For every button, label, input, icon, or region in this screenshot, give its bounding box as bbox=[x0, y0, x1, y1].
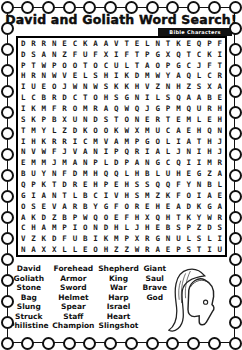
grid-cell[interactable]: P bbox=[18, 60, 28, 71]
grid-cell[interactable]: O bbox=[90, 60, 100, 71]
grid-cell[interactable]: G bbox=[194, 168, 204, 179]
grid-cell[interactable]: A bbox=[90, 38, 100, 49]
grid-cell[interactable]: H bbox=[122, 190, 132, 201]
grid-cell[interactable]: K bbox=[28, 212, 38, 223]
grid-cell[interactable]: A bbox=[101, 103, 111, 114]
grid-cell[interactable]: D bbox=[39, 212, 49, 223]
grid-cell[interactable]: L bbox=[194, 114, 204, 125]
grid-cell[interactable]: A bbox=[18, 212, 28, 223]
grid-cell[interactable]: K bbox=[194, 201, 204, 212]
grid-cell[interactable]: O bbox=[90, 244, 100, 255]
grid-cell[interactable]: F bbox=[122, 212, 132, 223]
grid-cell[interactable]: P bbox=[49, 60, 59, 71]
grid-cell[interactable]: O bbox=[59, 60, 69, 71]
grid-cell[interactable]: O bbox=[153, 60, 163, 71]
grid-cell[interactable]: L bbox=[18, 92, 28, 103]
grid-cell[interactable]: P bbox=[142, 49, 152, 60]
grid-cell[interactable]: T bbox=[132, 49, 142, 60]
grid-cell[interactable]: W bbox=[39, 147, 49, 158]
grid-cell[interactable]: Z bbox=[194, 222, 204, 233]
grid-cell[interactable]: U bbox=[111, 60, 121, 71]
grid-cell[interactable]: T bbox=[80, 92, 90, 103]
grid-cell[interactable]: P bbox=[163, 60, 173, 71]
grid-cell[interactable]: N bbox=[49, 168, 59, 179]
grid-cell[interactable]: Y bbox=[184, 179, 194, 190]
grid-cell[interactable]: E bbox=[59, 38, 69, 49]
grid-cell[interactable]: E bbox=[39, 81, 49, 92]
grid-cell[interactable]: H bbox=[101, 71, 111, 82]
grid-cell[interactable]: O bbox=[101, 212, 111, 223]
grid-cell[interactable]: R bbox=[49, 136, 59, 147]
grid-cell[interactable]: H bbox=[215, 114, 225, 125]
grid-cell[interactable]: R bbox=[28, 38, 38, 49]
grid-cell[interactable]: F bbox=[122, 49, 132, 60]
grid-cell[interactable]: P bbox=[70, 212, 80, 223]
grid-cell[interactable]: E bbox=[111, 212, 121, 223]
grid-cell[interactable]: D bbox=[18, 38, 28, 49]
grid-cell[interactable]: P bbox=[204, 38, 214, 49]
grid-cell[interactable]: E bbox=[215, 190, 225, 201]
grid-cell[interactable]: A bbox=[39, 222, 49, 233]
grid-cell[interactable]: C bbox=[70, 38, 80, 49]
grid-cell[interactable]: W bbox=[49, 71, 59, 82]
grid-cell[interactable]: V bbox=[49, 201, 59, 212]
grid-cell[interactable]: A bbox=[28, 244, 38, 255]
grid-cell[interactable]: X bbox=[59, 114, 69, 125]
grid-cell[interactable]: Q bbox=[194, 38, 204, 49]
grid-cell[interactable]: H bbox=[90, 168, 100, 179]
grid-cell[interactable]: B bbox=[18, 168, 28, 179]
grid-cell[interactable]: D bbox=[101, 222, 111, 233]
grid-cell[interactable]: N bbox=[163, 81, 173, 92]
grid-cell[interactable]: L bbox=[70, 244, 80, 255]
grid-cell[interactable]: T bbox=[59, 190, 69, 201]
grid-cell[interactable]: N bbox=[90, 147, 100, 158]
grid-cell[interactable]: N bbox=[18, 244, 28, 255]
grid-cell[interactable]: M bbox=[142, 125, 152, 136]
grid-cell[interactable]: W bbox=[90, 81, 100, 92]
grid-cell[interactable]: L bbox=[142, 38, 152, 49]
grid-cell[interactable]: B bbox=[204, 92, 214, 103]
grid-cell[interactable]: N bbox=[163, 233, 173, 244]
grid-cell[interactable]: K bbox=[80, 125, 90, 136]
grid-cell[interactable]: L bbox=[70, 190, 80, 201]
grid-cell[interactable]: R bbox=[90, 103, 100, 114]
grid-cell[interactable]: L bbox=[59, 244, 69, 255]
grid-cell[interactable]: I bbox=[111, 49, 121, 60]
grid-cell[interactable]: B bbox=[204, 179, 214, 190]
grid-cell[interactable]: R bbox=[59, 136, 69, 147]
grid-cell[interactable]: L bbox=[194, 71, 204, 82]
grid-cell[interactable]: W bbox=[204, 212, 214, 223]
grid-cell[interactable]: T bbox=[28, 60, 38, 71]
grid-cell[interactable]: I bbox=[101, 147, 111, 158]
grid-cell[interactable]: N bbox=[49, 38, 59, 49]
grid-cell[interactable]: Z bbox=[59, 125, 69, 136]
grid-cell[interactable]: B bbox=[142, 168, 152, 179]
grid-cell[interactable]: J bbox=[215, 136, 225, 147]
grid-cell[interactable]: A bbox=[215, 201, 225, 212]
grid-cell[interactable]: N bbox=[80, 157, 90, 168]
grid-cell[interactable]: R bbox=[70, 201, 80, 212]
grid-cell[interactable]: P bbox=[122, 233, 132, 244]
grid-cell[interactable]: I bbox=[18, 81, 28, 92]
grid-cell[interactable]: G bbox=[122, 92, 132, 103]
grid-cell[interactable]: N bbox=[132, 92, 142, 103]
grid-cell[interactable]: M bbox=[122, 136, 132, 147]
grid-cell[interactable]: Z bbox=[59, 49, 69, 60]
grid-cell[interactable]: X bbox=[142, 212, 152, 223]
grid-cell[interactable]: D bbox=[18, 49, 28, 60]
grid-cell[interactable]: U bbox=[153, 125, 163, 136]
grid-cell[interactable]: D bbox=[184, 201, 194, 212]
grid-cell[interactable]: Q bbox=[111, 103, 121, 114]
grid-cell[interactable]: C bbox=[101, 60, 111, 71]
grid-cell[interactable]: Q bbox=[173, 157, 183, 168]
grid-cell[interactable]: M bbox=[28, 157, 38, 168]
grid-cell[interactable]: D bbox=[59, 179, 69, 190]
grid-cell[interactable]: U bbox=[173, 233, 183, 244]
grid-cell[interactable]: Q bbox=[122, 147, 132, 158]
grid-cell[interactable]: E bbox=[204, 114, 214, 125]
grid-cell[interactable]: S bbox=[28, 201, 38, 212]
grid-cell[interactable]: J bbox=[173, 147, 183, 158]
grid-cell[interactable]: L bbox=[153, 92, 163, 103]
grid-cell[interactable]: E bbox=[153, 222, 163, 233]
grid-cell[interactable]: Q bbox=[101, 168, 111, 179]
grid-cell[interactable]: R bbox=[132, 201, 142, 212]
grid-cell[interactable]: Q bbox=[18, 179, 28, 190]
grid-cell[interactable]: Z bbox=[49, 212, 59, 223]
grid-cell[interactable]: K bbox=[39, 233, 49, 244]
grid-cell[interactable]: C bbox=[204, 71, 214, 82]
grid-cell[interactable]: V bbox=[18, 233, 28, 244]
grid-cell[interactable]: V bbox=[59, 71, 69, 82]
grid-cell[interactable]: T bbox=[163, 38, 173, 49]
grid-cell[interactable]: A bbox=[132, 157, 142, 168]
grid-cell[interactable]: H bbox=[173, 81, 183, 92]
grid-cell[interactable]: H bbox=[215, 103, 225, 114]
grid-cell[interactable]: T bbox=[18, 125, 28, 136]
grid-cell[interactable]: T bbox=[173, 212, 183, 223]
grid-cell[interactable]: L bbox=[122, 60, 132, 71]
grid-cell[interactable]: C bbox=[163, 125, 173, 136]
grid-cell[interactable]: G bbox=[142, 136, 152, 147]
grid-cell[interactable]: T bbox=[163, 114, 173, 125]
grid-cell[interactable]: F bbox=[204, 60, 214, 71]
grid-cell[interactable]: Z bbox=[111, 244, 121, 255]
grid-cell[interactable]: G bbox=[18, 190, 28, 201]
grid-cell[interactable]: K bbox=[101, 233, 111, 244]
grid-cell[interactable]: B bbox=[59, 212, 69, 223]
grid-cell[interactable]: Z bbox=[204, 168, 214, 179]
grid-cell[interactable]: G bbox=[101, 201, 111, 212]
grid-cell[interactable]: I bbox=[142, 92, 152, 103]
grid-cell[interactable]: E bbox=[70, 71, 80, 82]
grid-cell[interactable]: L bbox=[184, 233, 194, 244]
grid-cell[interactable]: H bbox=[90, 179, 100, 190]
grid-cell[interactable]: F bbox=[173, 179, 183, 190]
grid-cell[interactable]: L bbox=[163, 147, 173, 158]
grid-cell[interactable]: B bbox=[163, 222, 173, 233]
grid-cell[interactable]: B bbox=[39, 92, 49, 103]
grid-cell[interactable]: K bbox=[163, 190, 173, 201]
grid-cell[interactable]: W bbox=[39, 60, 49, 71]
grid-cell[interactable]: S bbox=[111, 92, 121, 103]
grid-cell[interactable]: V bbox=[142, 81, 152, 92]
grid-cell[interactable]: D bbox=[111, 157, 121, 168]
grid-cell[interactable]: L bbox=[204, 233, 214, 244]
grid-cell[interactable]: F bbox=[90, 49, 100, 60]
grid-cell[interactable]: A bbox=[173, 125, 183, 136]
grid-cell[interactable]: X bbox=[163, 49, 173, 60]
grid-cell[interactable]: B bbox=[80, 201, 90, 212]
grid-cell[interactable]: E bbox=[163, 244, 173, 255]
grid-cell[interactable]: P bbox=[173, 244, 183, 255]
grid-cell[interactable]: D bbox=[59, 92, 69, 103]
grid-cell[interactable]: H bbox=[122, 179, 132, 190]
grid-cell[interactable]: C bbox=[194, 49, 204, 60]
grid-cell[interactable]: L bbox=[122, 222, 132, 233]
grid-cell[interactable]: V bbox=[28, 147, 38, 158]
grid-cell[interactable]: M bbox=[80, 103, 90, 114]
grid-cell[interactable]: H bbox=[204, 147, 214, 158]
grid-cell[interactable]: F bbox=[70, 49, 80, 60]
grid-cell[interactable]: B bbox=[80, 233, 90, 244]
grid-cell[interactable]: O bbox=[80, 222, 90, 233]
grid-cell[interactable]: C bbox=[163, 157, 173, 168]
grid-cell[interactable]: R bbox=[28, 71, 38, 82]
grid-cell[interactable]: N bbox=[49, 190, 59, 201]
grid-cell[interactable]: A bbox=[111, 136, 121, 147]
grid-cell[interactable]: C bbox=[18, 222, 28, 233]
grid-cell[interactable]: G bbox=[173, 60, 183, 71]
grid-cell[interactable]: A bbox=[59, 201, 69, 212]
grid-cell[interactable]: O bbox=[153, 136, 163, 147]
grid-cell[interactable]: X bbox=[101, 49, 111, 60]
grid-cell[interactable]: J bbox=[132, 222, 142, 233]
grid-cell[interactable]: S bbox=[194, 81, 204, 92]
word-search-grid[interactable]: DRRNECKAAVTELNTKEQPFDSANZFUFXIFTPGXQTCKI… bbox=[16, 36, 227, 257]
grid-cell[interactable]: I bbox=[173, 136, 183, 147]
grid-cell[interactable]: S bbox=[184, 244, 194, 255]
grid-cell[interactable]: S bbox=[194, 233, 204, 244]
grid-cell[interactable]: G bbox=[204, 201, 214, 212]
grid-cell[interactable]: A bbox=[153, 147, 163, 158]
grid-cell[interactable]: F bbox=[49, 103, 59, 114]
grid-cell[interactable]: J bbox=[142, 103, 152, 114]
grid-cell[interactable]: F bbox=[173, 190, 183, 201]
grid-cell[interactable]: S bbox=[101, 81, 111, 92]
grid-cell[interactable]: L bbox=[101, 157, 111, 168]
grid-cell[interactable]: H bbox=[28, 222, 38, 233]
grid-cell[interactable]: R bbox=[132, 147, 142, 158]
grid-cell[interactable]: Q bbox=[153, 179, 163, 190]
grid-cell[interactable]: K bbox=[184, 212, 194, 223]
grid-cell[interactable]: E bbox=[39, 201, 49, 212]
grid-cell[interactable]: O bbox=[18, 201, 28, 212]
grid-cell[interactable]: U bbox=[215, 244, 225, 255]
grid-cell[interactable]: N bbox=[80, 114, 90, 125]
grid-cell[interactable]: W bbox=[122, 125, 132, 136]
grid-cell[interactable]: Z bbox=[28, 233, 38, 244]
grid-cell[interactable]: J bbox=[215, 147, 225, 158]
grid-cell[interactable]: K bbox=[80, 38, 90, 49]
grid-cell[interactable]: M bbox=[111, 233, 121, 244]
grid-cell[interactable]: M bbox=[142, 190, 152, 201]
grid-cell[interactable]: I bbox=[184, 157, 194, 168]
grid-cell[interactable]: P bbox=[111, 147, 121, 158]
grid-cell[interactable]: H bbox=[132, 212, 142, 223]
grid-cell[interactable]: M bbox=[28, 125, 38, 136]
grid-cell[interactable]: K bbox=[28, 114, 38, 125]
grid-cell[interactable]: X bbox=[132, 233, 142, 244]
grid-cell[interactable]: A bbox=[173, 71, 183, 82]
grid-cell[interactable]: J bbox=[194, 60, 204, 71]
grid-cell[interactable]: E bbox=[163, 201, 173, 212]
grid-cell[interactable]: M bbox=[142, 71, 152, 82]
grid-cell[interactable]: H bbox=[132, 168, 142, 179]
grid-cell[interactable]: P bbox=[132, 136, 142, 147]
grid-cell[interactable]: L bbox=[49, 125, 59, 136]
grid-cell[interactable]: R bbox=[215, 212, 225, 223]
grid-cell[interactable]: C bbox=[70, 92, 80, 103]
grid-cell[interactable]: V bbox=[111, 190, 121, 201]
grid-cell[interactable]: O bbox=[184, 190, 194, 201]
grid-cell[interactable]: R bbox=[49, 92, 59, 103]
grid-cell[interactable]: G bbox=[153, 103, 163, 114]
grid-cell[interactable]: L bbox=[122, 168, 132, 179]
grid-cell[interactable]: K bbox=[39, 179, 49, 190]
grid-cell[interactable]: W bbox=[153, 71, 163, 82]
grid-cell[interactable]: S bbox=[90, 71, 100, 82]
grid-cell[interactable]: G bbox=[153, 233, 163, 244]
grid-cell[interactable]: N bbox=[18, 147, 28, 158]
grid-cell[interactable]: P bbox=[122, 157, 132, 168]
grid-cell[interactable]: O bbox=[49, 81, 59, 92]
grid-cell[interactable]: S bbox=[215, 222, 225, 233]
grid-cell[interactable]: A bbox=[194, 92, 204, 103]
grid-cell[interactable]: Q bbox=[163, 179, 173, 190]
grid-cell[interactable]: N bbox=[184, 147, 194, 158]
grid-cell[interactable]: X bbox=[204, 81, 214, 92]
grid-cell[interactable]: R bbox=[215, 71, 225, 82]
grid-cell[interactable]: F bbox=[49, 147, 59, 158]
grid-cell[interactable]: Z bbox=[153, 81, 163, 92]
grid-cell[interactable]: P bbox=[163, 103, 173, 114]
grid-cell[interactable]: X bbox=[39, 244, 49, 255]
grid-cell[interactable]: W bbox=[80, 212, 90, 223]
grid-cell[interactable]: L bbox=[163, 136, 173, 147]
grid-cell[interactable]: X bbox=[132, 125, 142, 136]
grid-cell[interactable]: S bbox=[163, 92, 173, 103]
grid-cell[interactable]: Y bbox=[90, 201, 100, 212]
grid-cell[interactable]: E bbox=[80, 179, 90, 190]
grid-cell[interactable]: H bbox=[204, 136, 214, 147]
grid-cell[interactable]: G bbox=[153, 49, 163, 60]
grid-cell[interactable]: E bbox=[142, 201, 152, 212]
grid-cell[interactable]: H bbox=[173, 168, 183, 179]
grid-cell[interactable]: H bbox=[194, 125, 204, 136]
grid-cell[interactable]: W bbox=[132, 244, 142, 255]
grid-cell[interactable]: I bbox=[18, 103, 28, 114]
grid-cell[interactable]: X bbox=[49, 244, 59, 255]
grid-cell[interactable]: E bbox=[142, 114, 152, 125]
grid-cell[interactable]: L bbox=[215, 179, 225, 190]
grid-cell[interactable]: A bbox=[80, 147, 90, 158]
grid-cell[interactable]: I bbox=[194, 147, 204, 158]
grid-cell[interactable]: M bbox=[184, 114, 194, 125]
grid-cell[interactable]: Q bbox=[111, 168, 121, 179]
grid-cell[interactable]: A bbox=[173, 201, 183, 212]
grid-cell[interactable]: T bbox=[49, 179, 59, 190]
grid-cell[interactable]: A bbox=[39, 49, 49, 60]
grid-cell[interactable]: I bbox=[18, 136, 28, 147]
grid-cell[interactable]: P bbox=[90, 157, 100, 168]
grid-cell[interactable]: M bbox=[49, 222, 59, 233]
grid-cell[interactable]: F bbox=[59, 168, 69, 179]
grid-cell[interactable]: M bbox=[204, 157, 214, 168]
grid-cell[interactable]: A bbox=[215, 81, 225, 92]
grid-cell[interactable]: L bbox=[80, 71, 90, 82]
grid-cell[interactable]: K bbox=[28, 103, 38, 114]
grid-cell[interactable]: T bbox=[132, 60, 142, 71]
grid-cell[interactable]: B bbox=[80, 190, 90, 201]
grid-cell[interactable]: I bbox=[142, 147, 152, 158]
grid-cell[interactable]: E bbox=[173, 114, 183, 125]
grid-cell[interactable]: G bbox=[153, 157, 163, 168]
grid-cell[interactable]: Q bbox=[204, 125, 214, 136]
grid-cell[interactable]: A bbox=[39, 190, 49, 201]
grid-cell[interactable]: R bbox=[142, 233, 152, 244]
grid-cell[interactable]: E bbox=[184, 125, 194, 136]
grid-cell[interactable]: Q bbox=[184, 103, 194, 114]
grid-cell[interactable]: N bbox=[49, 49, 59, 60]
grid-cell[interactable]: T bbox=[194, 244, 204, 255]
grid-cell[interactable]: P bbox=[39, 114, 49, 125]
grid-cell[interactable]: U bbox=[80, 49, 90, 60]
grid-cell[interactable]: S bbox=[173, 222, 183, 233]
grid-cell[interactable]: K bbox=[122, 71, 132, 82]
grid-cell[interactable]: F bbox=[215, 38, 225, 49]
grid-cell[interactable]: E bbox=[184, 168, 194, 179]
grid-cell[interactable]: R bbox=[39, 38, 49, 49]
grid-cell[interactable]: Z bbox=[122, 244, 132, 255]
grid-cell[interactable]: S bbox=[18, 114, 28, 125]
grid-cell[interactable]: F bbox=[111, 201, 121, 212]
grid-cell[interactable]: R bbox=[142, 244, 152, 255]
grid-cell[interactable]: R bbox=[70, 179, 80, 190]
grid-cell[interactable]: D bbox=[70, 125, 80, 136]
grid-cell[interactable]: A bbox=[184, 136, 194, 147]
grid-cell[interactable]: S bbox=[28, 49, 38, 60]
grid-cell[interactable]: U bbox=[163, 168, 173, 179]
grid-cell[interactable]: T bbox=[194, 136, 204, 147]
grid-cell[interactable]: K bbox=[111, 125, 121, 136]
grid-cell[interactable]: Y bbox=[39, 125, 49, 136]
grid-cell[interactable]: A bbox=[142, 60, 152, 71]
grid-cell[interactable]: J bbox=[59, 147, 69, 158]
grid-cell[interactable]: U bbox=[70, 114, 80, 125]
grid-cell[interactable]: I bbox=[111, 71, 121, 82]
grid-cell[interactable]: V bbox=[101, 136, 111, 147]
grid-cell[interactable]: K bbox=[122, 81, 132, 92]
grid-cell[interactable]: H bbox=[142, 222, 152, 233]
grid-cell[interactable]: A bbox=[184, 92, 194, 103]
grid-cell[interactable]: Z bbox=[153, 190, 163, 201]
grid-cell[interactable]: I bbox=[28, 190, 38, 201]
grid-cell[interactable]: O bbox=[122, 201, 132, 212]
